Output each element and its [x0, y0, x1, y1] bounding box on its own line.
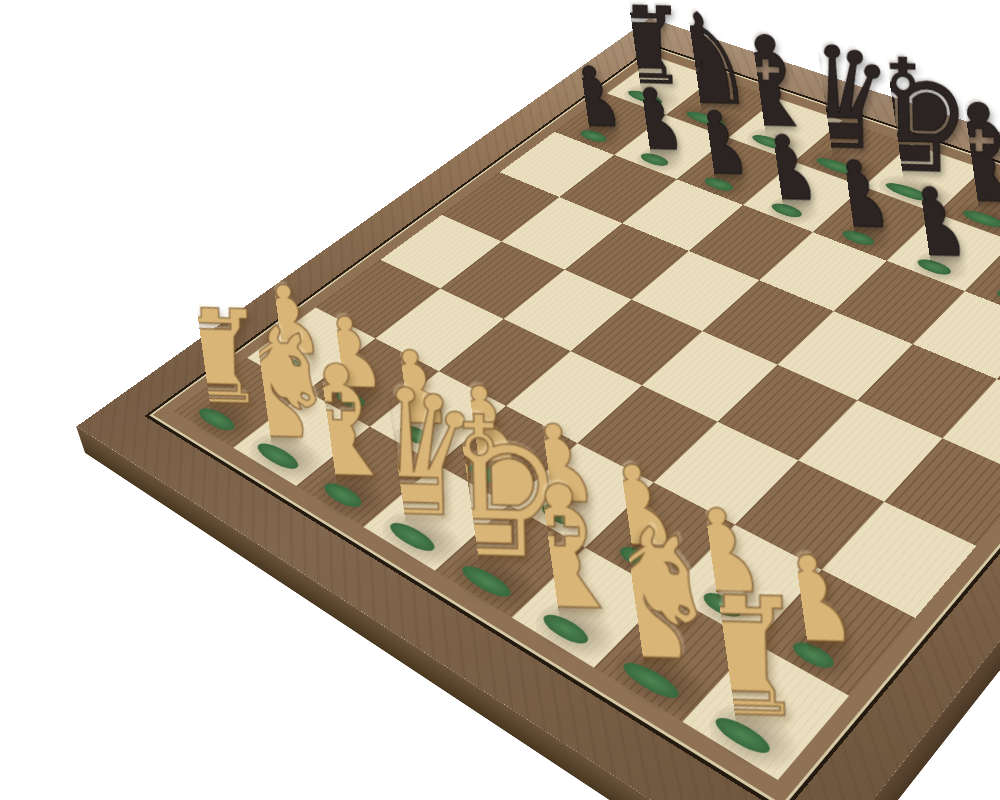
pawn-glyph: ♟: [966, 203, 1000, 302]
board-field: ♜♞♝♛♚♝♞♜♟♟♟♟♟♟♟♟♟♟♟♟♟♟♟♟♜♞♝♛♚♝♞♜: [153, 48, 1000, 800]
piece-black-pawn[interactable]: ♟: [843, 150, 856, 241]
pawn-glyph: ♟: [887, 175, 974, 271]
rook-glyph: ♜: [661, 574, 813, 742]
chess-board: ♜♞♝♛♚♝♞♜♟♟♟♟♟♟♟♟♟♟♟♟♟♟♟♟♜♞♝♛♚♝♞♜: [77, 18, 1000, 800]
board-grid: ♜♞♝♛♚♝♞♜♟♟♟♟♟♟♟♟♟♟♟♟♟♟♟♟♜♞♝♛♚♝♞♜: [174, 57, 1000, 780]
chess-set-photo: ♜♞♝♛♚♝♞♜♟♟♟♟♟♟♟♟♟♟♟♟♟♟♟♟♜♞♝♛♚♝♞♜: [0, 0, 1000, 800]
piece-black-pawn[interactable]: ♟: [704, 101, 716, 187]
piece-black-pawn[interactable]: ♟: [772, 125, 784, 213]
pawn-glyph: ♟: [813, 148, 897, 241]
board-frame: ♜♞♝♛♚♝♞♜♟♟♟♟♟♟♟♟♟♟♟♟♟♟♟♟♜♞♝♛♚♝♞♜: [77, 18, 1000, 800]
piece-black-pawn[interactable]: ♟: [918, 176, 931, 269]
piece-black-pawn[interactable]: ♟: [579, 57, 590, 138]
piece-white-king[interactable]: ♚: [455, 393, 482, 585]
pawn-glyph: ♟: [742, 123, 824, 214]
piece-black-pawn[interactable]: ♟: [640, 78, 652, 161]
piece-white-bishop[interactable]: ♝: [538, 465, 562, 633]
board-perspective-wrapper: ♜♞♝♛♚♝♞♜♟♟♟♟♟♟♟♟♟♟♟♟♟♟♟♟♜♞♝♛♚♝♞♜: [28, 0, 971, 800]
piece-white-knight[interactable]: ♞: [622, 505, 647, 684]
piece-white-rook[interactable]: ♜: [716, 577, 739, 740]
